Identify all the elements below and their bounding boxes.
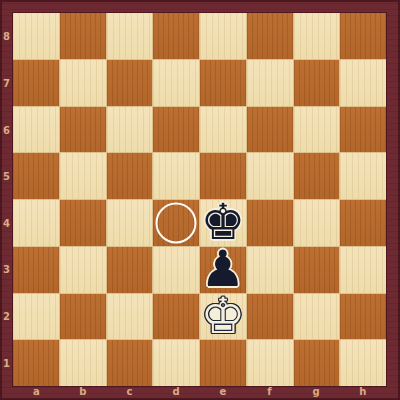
rank-label-4: 4 <box>3 217 10 228</box>
square-e4[interactable]: ♚ <box>200 200 246 246</box>
square-g1[interactable] <box>294 340 340 386</box>
square-c6[interactable] <box>107 107 153 153</box>
file-label-g: g <box>312 386 319 397</box>
file-label-d: d <box>173 386 180 397</box>
file-label-h: h <box>359 386 366 397</box>
square-g6[interactable] <box>294 107 340 153</box>
square-a6[interactable] <box>13 107 59 153</box>
squares: ♚♟♚ <box>13 13 386 386</box>
square-d1[interactable] <box>153 340 199 386</box>
square-a2[interactable] <box>13 294 59 340</box>
square-b4[interactable] <box>60 200 106 246</box>
white-king[interactable]: ♚ <box>200 294 245 339</box>
square-h6[interactable] <box>340 107 386 153</box>
square-c8[interactable] <box>107 13 153 59</box>
black-pawn[interactable]: ♟ <box>200 247 245 292</box>
square-b6[interactable] <box>60 107 106 153</box>
square-f7[interactable] <box>247 60 293 106</box>
black-king[interactable]: ♚ <box>200 200 245 245</box>
square-f1[interactable] <box>247 340 293 386</box>
square-a7[interactable] <box>13 60 59 106</box>
square-d6[interactable] <box>153 107 199 153</box>
rank-label-8: 8 <box>3 31 10 42</box>
square-c7[interactable] <box>107 60 153 106</box>
square-d2[interactable] <box>153 294 199 340</box>
square-h7[interactable] <box>340 60 386 106</box>
square-c1[interactable] <box>107 340 153 386</box>
square-h5[interactable] <box>340 153 386 199</box>
square-b8[interactable] <box>60 13 106 59</box>
square-g3[interactable] <box>294 247 340 293</box>
square-h3[interactable] <box>340 247 386 293</box>
square-e3[interactable]: ♟ <box>200 247 246 293</box>
square-a1[interactable] <box>13 340 59 386</box>
square-b7[interactable] <box>60 60 106 106</box>
circle-annotation-d4 <box>156 202 197 243</box>
square-c4[interactable] <box>107 200 153 246</box>
square-f5[interactable] <box>247 153 293 199</box>
file-label-e: e <box>219 386 226 397</box>
square-d5[interactable] <box>153 153 199 199</box>
square-b5[interactable] <box>60 153 106 199</box>
square-h2[interactable] <box>340 294 386 340</box>
file-label-f: f <box>267 386 271 397</box>
square-b1[interactable] <box>60 340 106 386</box>
square-d7[interactable] <box>153 60 199 106</box>
square-a8[interactable] <box>13 13 59 59</box>
square-d4[interactable] <box>153 200 199 246</box>
square-e8[interactable] <box>200 13 246 59</box>
square-g5[interactable] <box>294 153 340 199</box>
square-b3[interactable] <box>60 247 106 293</box>
square-e6[interactable] <box>200 107 246 153</box>
rank-label-6: 6 <box>3 124 10 135</box>
square-d3[interactable] <box>153 247 199 293</box>
rank-label-2: 2 <box>3 311 10 322</box>
square-f2[interactable] <box>247 294 293 340</box>
chess-board: ♚♟♚ abcdefgh87654321 <box>0 0 400 400</box>
square-h8[interactable] <box>340 13 386 59</box>
file-label-a: a <box>33 386 40 397</box>
square-b2[interactable] <box>60 294 106 340</box>
rank-label-5: 5 <box>3 171 10 182</box>
square-g7[interactable] <box>294 60 340 106</box>
rank-label-7: 7 <box>3 77 10 88</box>
square-h4[interactable] <box>340 200 386 246</box>
square-f6[interactable] <box>247 107 293 153</box>
square-c3[interactable] <box>107 247 153 293</box>
square-c5[interactable] <box>107 153 153 199</box>
square-e1[interactable] <box>200 340 246 386</box>
square-g8[interactable] <box>294 13 340 59</box>
square-h1[interactable] <box>340 340 386 386</box>
square-e2[interactable]: ♚ <box>200 294 246 340</box>
square-f4[interactable] <box>247 200 293 246</box>
file-label-c: c <box>127 386 133 397</box>
square-d8[interactable] <box>153 13 199 59</box>
rank-label-3: 3 <box>3 264 10 275</box>
square-f8[interactable] <box>247 13 293 59</box>
square-f3[interactable] <box>247 247 293 293</box>
square-c2[interactable] <box>107 294 153 340</box>
square-g2[interactable] <box>294 294 340 340</box>
square-e5[interactable] <box>200 153 246 199</box>
file-label-b: b <box>79 386 86 397</box>
square-e7[interactable] <box>200 60 246 106</box>
square-a5[interactable] <box>13 153 59 199</box>
square-a4[interactable] <box>13 200 59 246</box>
square-a3[interactable] <box>13 247 59 293</box>
square-g4[interactable] <box>294 200 340 246</box>
rank-label-1: 1 <box>3 357 10 368</box>
